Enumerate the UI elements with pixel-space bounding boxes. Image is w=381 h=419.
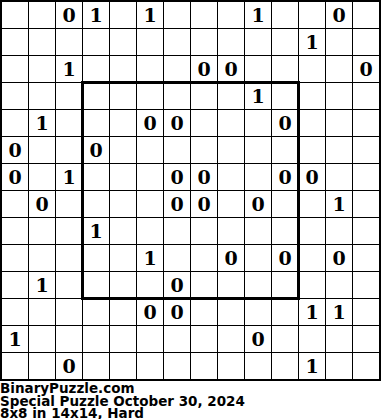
cell-r12c9: 0 bbox=[245, 326, 271, 352]
cell-r1c4[interactable] bbox=[110, 29, 136, 55]
cell-r8c12[interactable] bbox=[326, 218, 352, 244]
cell-r9c11[interactable] bbox=[299, 245, 325, 271]
cell-r0c11[interactable] bbox=[299, 2, 325, 28]
cell-r1c1[interactable] bbox=[29, 29, 55, 55]
cell-r3c4[interactable] bbox=[110, 83, 136, 109]
cell-r3c5[interactable] bbox=[137, 83, 163, 109]
cell-r6c2: 1 bbox=[56, 164, 82, 190]
cell-r7c11[interactable] bbox=[299, 191, 325, 217]
cell-r13c13[interactable] bbox=[353, 353, 379, 379]
cell-r2c7: 0 bbox=[191, 56, 217, 82]
cell-r1c3[interactable] bbox=[83, 29, 109, 55]
cell-r1c0[interactable] bbox=[2, 29, 28, 55]
cell-r6c5[interactable] bbox=[137, 164, 163, 190]
cell-r0c5: 1 bbox=[137, 2, 163, 28]
cell-r0c12: 0 bbox=[326, 2, 352, 28]
cell-r12c4[interactable] bbox=[110, 326, 136, 352]
cell-r13c4[interactable] bbox=[110, 353, 136, 379]
cell-r10c3[interactable] bbox=[83, 272, 109, 298]
cell-r12c7[interactable] bbox=[191, 326, 217, 352]
cell-r10c0[interactable] bbox=[2, 272, 28, 298]
cell-r3c7[interactable] bbox=[191, 83, 217, 109]
cell-r11c5: 0 bbox=[137, 299, 163, 325]
cell-r4c10: 0 bbox=[272, 110, 298, 136]
cell-r1c8[interactable] bbox=[218, 29, 244, 55]
cell-r5c2[interactable] bbox=[56, 137, 82, 163]
cell-r5c6[interactable] bbox=[164, 137, 190, 163]
cell-r9c10: 0 bbox=[272, 245, 298, 271]
cell-r0c4[interactable] bbox=[110, 2, 136, 28]
cell-r12c5[interactable] bbox=[137, 326, 163, 352]
cell-r7c3[interactable] bbox=[83, 191, 109, 217]
cell-r2c6[interactable] bbox=[164, 56, 190, 82]
cell-r13c2: 0 bbox=[56, 353, 82, 379]
cell-r2c13: 0 bbox=[353, 56, 379, 82]
cell-r1c13[interactable] bbox=[353, 29, 379, 55]
cell-r6c11: 0 bbox=[299, 164, 325, 190]
cell-r4c6: 0 bbox=[164, 110, 190, 136]
cell-r6c1[interactable] bbox=[29, 164, 55, 190]
cell-r4c9[interactable] bbox=[245, 110, 271, 136]
cell-r5c1[interactable] bbox=[29, 137, 55, 163]
cell-r13c12[interactable] bbox=[326, 353, 352, 379]
cell-r8c6[interactable] bbox=[164, 218, 190, 244]
cell-r5c13[interactable] bbox=[353, 137, 379, 163]
cell-r12c12[interactable] bbox=[326, 326, 352, 352]
cell-r4c4[interactable] bbox=[110, 110, 136, 136]
cell-r1c2[interactable] bbox=[56, 29, 82, 55]
cell-r4c8[interactable] bbox=[218, 110, 244, 136]
cell-r6c7: 0 bbox=[191, 164, 217, 190]
cell-r13c8[interactable] bbox=[218, 353, 244, 379]
cell-r5c3: 0 bbox=[83, 137, 109, 163]
cell-r6c8[interactable] bbox=[218, 164, 244, 190]
cell-r10c4[interactable] bbox=[110, 272, 136, 298]
cell-r5c7[interactable] bbox=[191, 137, 217, 163]
cell-r9c2[interactable] bbox=[56, 245, 82, 271]
cell-r10c8[interactable] bbox=[218, 272, 244, 298]
cell-r13c5[interactable] bbox=[137, 353, 163, 379]
cell-r0c13[interactable] bbox=[353, 2, 379, 28]
cell-r3c9: 1 bbox=[245, 83, 271, 109]
cell-r10c1: 1 bbox=[29, 272, 55, 298]
cell-r2c0[interactable] bbox=[2, 56, 28, 82]
cell-r7c0[interactable] bbox=[2, 191, 28, 217]
cell-r8c5[interactable] bbox=[137, 218, 163, 244]
cell-r9c9[interactable] bbox=[245, 245, 271, 271]
cell-r8c0[interactable] bbox=[2, 218, 28, 244]
cell-r6c0: 0 bbox=[2, 164, 28, 190]
cell-r3c12[interactable] bbox=[326, 83, 352, 109]
cell-r8c1[interactable] bbox=[29, 218, 55, 244]
cell-r0c2: 0 bbox=[56, 2, 82, 28]
cell-r2c11[interactable] bbox=[299, 56, 325, 82]
cell-r2c12[interactable] bbox=[326, 56, 352, 82]
caption: BinaryPuzzle.com Special Puzzle October … bbox=[0, 381, 381, 419]
cell-r13c10[interactable] bbox=[272, 353, 298, 379]
cell-r0c8[interactable] bbox=[218, 2, 244, 28]
cell-r2c9[interactable] bbox=[245, 56, 271, 82]
cell-r0c0[interactable] bbox=[2, 2, 28, 28]
cell-r9c12: 0 bbox=[326, 245, 352, 271]
cell-r12c2[interactable] bbox=[56, 326, 82, 352]
cell-r11c1[interactable] bbox=[29, 299, 55, 325]
cell-r8c3: 1 bbox=[83, 218, 109, 244]
cell-r6c13[interactable] bbox=[353, 164, 379, 190]
cell-r9c1[interactable] bbox=[29, 245, 55, 271]
cell-r8c7[interactable] bbox=[191, 218, 217, 244]
cell-r5c5[interactable] bbox=[137, 137, 163, 163]
cell-r4c0[interactable] bbox=[2, 110, 28, 136]
cell-r12c0: 1 bbox=[2, 326, 28, 352]
cell-r5c10[interactable] bbox=[272, 137, 298, 163]
cell-r13c9[interactable] bbox=[245, 353, 271, 379]
cell-r9c4[interactable] bbox=[110, 245, 136, 271]
cell-r9c5: 1 bbox=[137, 245, 163, 271]
cell-r9c7[interactable] bbox=[191, 245, 217, 271]
cell-r12c3[interactable] bbox=[83, 326, 109, 352]
cell-r4c11[interactable] bbox=[299, 110, 325, 136]
cell-r13c0[interactable] bbox=[2, 353, 28, 379]
cell-r9c6[interactable] bbox=[164, 245, 190, 271]
cell-r10c12[interactable] bbox=[326, 272, 352, 298]
cell-r5c12[interactable] bbox=[326, 137, 352, 163]
cell-r11c7[interactable] bbox=[191, 299, 217, 325]
cell-r0c1[interactable] bbox=[29, 2, 55, 28]
cell-r1c7[interactable] bbox=[191, 29, 217, 55]
cell-r1c9[interactable] bbox=[245, 29, 271, 55]
cell-r4c5: 0 bbox=[137, 110, 163, 136]
cell-r5c8[interactable] bbox=[218, 137, 244, 163]
cell-r7c1: 0 bbox=[29, 191, 55, 217]
puzzle-board: 0111011000110000001000000001110001000111… bbox=[0, 0, 381, 381]
cell-r6c6: 0 bbox=[164, 164, 190, 190]
cell-r3c11[interactable] bbox=[299, 83, 325, 109]
cell-r4c2[interactable] bbox=[56, 110, 82, 136]
cell-r8c8[interactable] bbox=[218, 218, 244, 244]
cell-r0c7[interactable] bbox=[191, 2, 217, 28]
cell-r4c13[interactable] bbox=[353, 110, 379, 136]
cell-r3c0[interactable] bbox=[2, 83, 28, 109]
cell-r7c7: 0 bbox=[191, 191, 217, 217]
cell-r0c3: 1 bbox=[83, 2, 109, 28]
cell-r13c3[interactable] bbox=[83, 353, 109, 379]
cell-r11c2[interactable] bbox=[56, 299, 82, 325]
cell-r7c9: 0 bbox=[245, 191, 271, 217]
cell-r10c7[interactable] bbox=[191, 272, 217, 298]
cell-r3c3[interactable] bbox=[83, 83, 109, 109]
cell-r9c8: 0 bbox=[218, 245, 244, 271]
cell-r13c1[interactable] bbox=[29, 353, 55, 379]
cell-r1c10[interactable] bbox=[272, 29, 298, 55]
cell-r2c10[interactable] bbox=[272, 56, 298, 82]
cell-r11c12: 1 bbox=[326, 299, 352, 325]
puzzle-spec: 8x8 in 14x14, Hard bbox=[0, 407, 381, 419]
cell-r10c9[interactable] bbox=[245, 272, 271, 298]
cell-r8c13[interactable] bbox=[353, 218, 379, 244]
cell-r3c6[interactable] bbox=[164, 83, 190, 109]
cell-r4c7[interactable] bbox=[191, 110, 217, 136]
cell-r3c10[interactable] bbox=[272, 83, 298, 109]
cell-r6c10: 0 bbox=[272, 164, 298, 190]
cell-r8c10[interactable] bbox=[272, 218, 298, 244]
cell-r6c12[interactable] bbox=[326, 164, 352, 190]
cell-r7c2[interactable] bbox=[56, 191, 82, 217]
cell-r3c13[interactable] bbox=[353, 83, 379, 109]
cell-r13c11: 1 bbox=[299, 353, 325, 379]
cell-r0c9: 1 bbox=[245, 2, 271, 28]
cell-r13c7[interactable] bbox=[191, 353, 217, 379]
cell-r10c5[interactable] bbox=[137, 272, 163, 298]
cell-r3c2[interactable] bbox=[56, 83, 82, 109]
cell-r11c3[interactable] bbox=[83, 299, 109, 325]
cell-r12c10[interactable] bbox=[272, 326, 298, 352]
cell-r2c3[interactable] bbox=[83, 56, 109, 82]
cell-r12c1[interactable] bbox=[29, 326, 55, 352]
cell-r0c10[interactable] bbox=[272, 2, 298, 28]
cell-r10c10[interactable] bbox=[272, 272, 298, 298]
cell-r2c2: 1 bbox=[56, 56, 82, 82]
cell-r6c9[interactable] bbox=[245, 164, 271, 190]
cell-r2c5[interactable] bbox=[137, 56, 163, 82]
cell-r5c4[interactable] bbox=[110, 137, 136, 163]
cell-r9c3[interactable] bbox=[83, 245, 109, 271]
cell-r10c2[interactable] bbox=[56, 272, 82, 298]
cell-r7c4[interactable] bbox=[110, 191, 136, 217]
cell-r11c0[interactable] bbox=[2, 299, 28, 325]
cell-r1c6[interactable] bbox=[164, 29, 190, 55]
cell-r2c4[interactable] bbox=[110, 56, 136, 82]
puzzle-grid: 0111011000110000001000000001110001000111… bbox=[0, 0, 381, 381]
cell-r3c8[interactable] bbox=[218, 83, 244, 109]
cell-r11c6: 0 bbox=[164, 299, 190, 325]
cell-r13c6[interactable] bbox=[164, 353, 190, 379]
cell-r0c6[interactable] bbox=[164, 2, 190, 28]
cell-r2c8: 0 bbox=[218, 56, 244, 82]
cell-r7c12: 1 bbox=[326, 191, 352, 217]
cell-r10c6: 0 bbox=[164, 272, 190, 298]
cell-r7c10[interactable] bbox=[272, 191, 298, 217]
cell-r1c12[interactable] bbox=[326, 29, 352, 55]
cell-r7c5[interactable] bbox=[137, 191, 163, 217]
cell-r4c1: 1 bbox=[29, 110, 55, 136]
cell-r11c13[interactable] bbox=[353, 299, 379, 325]
cell-r8c9[interactable] bbox=[245, 218, 271, 244]
cell-r11c8[interactable] bbox=[218, 299, 244, 325]
cell-r11c4[interactable] bbox=[110, 299, 136, 325]
cell-r10c13[interactable] bbox=[353, 272, 379, 298]
cell-r2c1[interactable] bbox=[29, 56, 55, 82]
cell-r8c4[interactable] bbox=[110, 218, 136, 244]
cell-r1c11: 1 bbox=[299, 29, 325, 55]
cell-r7c8[interactable] bbox=[218, 191, 244, 217]
cell-r11c11: 1 bbox=[299, 299, 325, 325]
cell-r10c11[interactable] bbox=[299, 272, 325, 298]
cell-r7c6: 0 bbox=[164, 191, 190, 217]
cell-r5c11[interactable] bbox=[299, 137, 325, 163]
cell-r12c8[interactable] bbox=[218, 326, 244, 352]
cell-r8c11[interactable] bbox=[299, 218, 325, 244]
cell-r9c0[interactable] bbox=[2, 245, 28, 271]
cell-r9c13[interactable] bbox=[353, 245, 379, 271]
cell-r11c10[interactable] bbox=[272, 299, 298, 325]
cell-r12c11[interactable] bbox=[299, 326, 325, 352]
cell-r12c6[interactable] bbox=[164, 326, 190, 352]
cell-r11c9[interactable] bbox=[245, 299, 271, 325]
cell-r1c5[interactable] bbox=[137, 29, 163, 55]
cell-r6c3[interactable] bbox=[83, 164, 109, 190]
cell-r4c3[interactable] bbox=[83, 110, 109, 136]
cell-r12c13[interactable] bbox=[353, 326, 379, 352]
cell-r6c4[interactable] bbox=[110, 164, 136, 190]
cell-r4c12[interactable] bbox=[326, 110, 352, 136]
cell-r8c2[interactable] bbox=[56, 218, 82, 244]
cell-r7c13[interactable] bbox=[353, 191, 379, 217]
cell-r5c0: 0 bbox=[2, 137, 28, 163]
cell-r3c1[interactable] bbox=[29, 83, 55, 109]
cell-r5c9[interactable] bbox=[245, 137, 271, 163]
